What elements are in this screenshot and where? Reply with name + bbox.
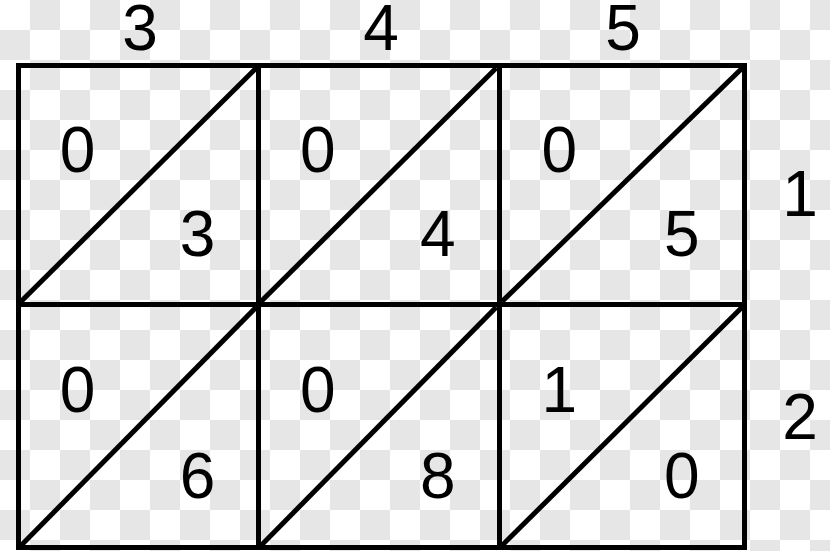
multiplicand-digit-1: 3 [122,0,158,60]
multiplicand-digit-2: 4 [363,0,399,60]
units-digit: 8 [420,444,456,508]
units-digit: 5 [664,202,700,266]
cell-diagonal-line [261,307,496,546]
cell-diagonal-line [502,68,742,302]
cell-diagonal-line [502,307,742,546]
cell-r2c2: 0 8 [261,307,501,546]
tens-digit: 0 [60,118,96,182]
cell-r1c2: 0 4 [261,68,501,307]
cell-r1c1: 0 3 [21,68,261,307]
units-digit: 6 [180,444,216,508]
tens-digit: 0 [60,358,96,422]
units-digit: 4 [420,202,456,266]
cell-diagonal-line [261,68,496,302]
units-digit: 3 [180,202,216,266]
tens-digit: 0 [542,118,578,182]
cell-diagonal-line [21,68,256,302]
multiplier-digit-2: 2 [782,385,818,449]
tens-digit: 1 [542,358,578,422]
multiplicand-digit-3: 5 [605,0,641,60]
lattice-multiplication-board: 3 4 5 1 2 0 3 0 4 0 5 0 6 0 8 [0,0,830,551]
cell-r2c3: 1 0 [502,307,742,546]
multiplier-digit-1: 1 [782,162,818,226]
lattice-grid: 0 3 0 4 0 5 0 6 0 8 1 0 [16,63,747,550]
tens-digit: 0 [300,358,336,422]
tens-digit: 0 [300,118,336,182]
cell-r2c1: 0 6 [21,307,261,546]
cell-r1c3: 0 5 [502,68,742,307]
units-digit: 0 [664,444,700,508]
cell-diagonal-line [21,307,256,546]
